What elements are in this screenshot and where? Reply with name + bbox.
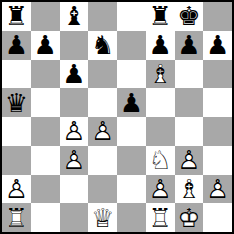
square-h5[interactable] [203, 88, 232, 117]
piece-white-pawn: ♟♙ [62, 147, 85, 173]
square-a4[interactable] [2, 117, 31, 146]
square-e6[interactable] [117, 60, 146, 89]
square-e5[interactable]: ♟ [117, 88, 146, 117]
square-a8[interactable]: ♜ [2, 2, 31, 31]
square-c7[interactable] [60, 31, 89, 60]
square-a2[interactable]: ♟♙ [2, 175, 31, 204]
square-d5[interactable] [88, 88, 117, 117]
piece-white-pawn: ♟♙ [206, 176, 229, 202]
square-f4[interactable] [146, 117, 175, 146]
square-c3[interactable]: ♟♙ [60, 146, 89, 175]
piece-black-bishop: ♝ [62, 3, 85, 29]
square-f3[interactable]: ♞♘ [146, 146, 175, 175]
piece-black-king: ♚ [177, 3, 200, 29]
piece-black-rook: ♜ [148, 3, 171, 29]
square-b4[interactable] [31, 117, 60, 146]
square-c6[interactable]: ♟ [60, 60, 89, 89]
piece-white-pawn: ♟♙ [91, 118, 114, 144]
square-f2[interactable]: ♟♙ [146, 175, 175, 204]
square-g2[interactable]: ♝♗ [175, 175, 204, 204]
piece-black-knight: ♞ [91, 32, 114, 58]
square-f1[interactable]: ♜♖ [146, 203, 175, 232]
square-c5[interactable] [60, 88, 89, 117]
square-c8[interactable]: ♝ [60, 2, 89, 31]
square-b8[interactable] [31, 2, 60, 31]
square-b7[interactable]: ♟ [31, 31, 60, 60]
square-d6[interactable] [88, 60, 117, 89]
square-d3[interactable] [88, 146, 117, 175]
chess-diagram: ♜♝♜♚♟♟♞♟♟♟♟♝♗♛♟♟♙♟♙♟♙♞♘♟♙♟♙♟♙♝♗♟♙♜♖♛♕♜♖♚… [0, 0, 234, 234]
square-d7[interactable]: ♞ [88, 31, 117, 60]
square-h3[interactable] [203, 146, 232, 175]
square-e7[interactable] [117, 31, 146, 60]
square-g6[interactable] [175, 60, 204, 89]
piece-white-pawn: ♟♙ [62, 118, 85, 144]
piece-white-bishop: ♝♗ [148, 61, 171, 87]
square-e1[interactable] [117, 203, 146, 232]
piece-white-knight: ♞♘ [148, 147, 171, 173]
square-a7[interactable]: ♟ [2, 31, 31, 60]
square-h2[interactable]: ♟♙ [203, 175, 232, 204]
piece-black-pawn: ♟ [5, 32, 28, 58]
square-g5[interactable] [175, 88, 204, 117]
square-h7[interactable]: ♟ [203, 31, 232, 60]
piece-white-queen: ♛♕ [91, 205, 114, 231]
piece-black-pawn: ♟ [148, 32, 171, 58]
square-c1[interactable] [60, 203, 89, 232]
square-a3[interactable] [2, 146, 31, 175]
square-e8[interactable] [117, 2, 146, 31]
piece-white-bishop: ♝♗ [177, 176, 200, 202]
square-e4[interactable] [117, 117, 146, 146]
square-d1[interactable]: ♛♕ [88, 203, 117, 232]
square-f8[interactable]: ♜ [146, 2, 175, 31]
piece-white-rook: ♜♖ [5, 205, 28, 231]
piece-black-pawn: ♟ [177, 32, 200, 58]
square-e2[interactable] [117, 175, 146, 204]
square-h8[interactable] [203, 2, 232, 31]
square-b1[interactable] [31, 203, 60, 232]
piece-black-pawn: ♟ [33, 32, 56, 58]
square-d8[interactable] [88, 2, 117, 31]
square-g3[interactable]: ♟♙ [175, 146, 204, 175]
square-d2[interactable] [88, 175, 117, 204]
square-g7[interactable]: ♟ [175, 31, 204, 60]
square-g8[interactable]: ♚ [175, 2, 204, 31]
square-a5[interactable]: ♛ [2, 88, 31, 117]
square-f7[interactable]: ♟ [146, 31, 175, 60]
square-f5[interactable] [146, 88, 175, 117]
square-b5[interactable] [31, 88, 60, 117]
square-h4[interactable] [203, 117, 232, 146]
square-h1[interactable] [203, 203, 232, 232]
square-a6[interactable] [2, 60, 31, 89]
piece-black-queen: ♛ [5, 90, 28, 116]
square-f6[interactable]: ♝♗ [146, 60, 175, 89]
square-h6[interactable] [203, 60, 232, 89]
piece-white-pawn: ♟♙ [5, 176, 28, 202]
chess-board: ♜♝♜♚♟♟♞♟♟♟♟♝♗♛♟♟♙♟♙♟♙♞♘♟♙♟♙♟♙♝♗♟♙♜♖♛♕♜♖♚… [0, 0, 234, 234]
piece-black-pawn: ♟ [206, 32, 229, 58]
piece-white-king: ♚♔ [177, 205, 200, 231]
square-b6[interactable] [31, 60, 60, 89]
piece-black-rook: ♜ [5, 3, 28, 29]
square-d4[interactable]: ♟♙ [88, 117, 117, 146]
piece-white-pawn: ♟♙ [177, 147, 200, 173]
square-g1[interactable]: ♚♔ [175, 203, 204, 232]
square-e3[interactable] [117, 146, 146, 175]
piece-black-pawn: ♟ [120, 90, 143, 116]
square-b2[interactable] [31, 175, 60, 204]
piece-white-rook: ♜♖ [148, 205, 171, 231]
piece-black-pawn: ♟ [62, 61, 85, 87]
piece-white-pawn: ♟♙ [148, 176, 171, 202]
square-g4[interactable] [175, 117, 204, 146]
square-c2[interactable] [60, 175, 89, 204]
square-a1[interactable]: ♜♖ [2, 203, 31, 232]
square-b3[interactable] [31, 146, 60, 175]
square-c4[interactable]: ♟♙ [60, 117, 89, 146]
